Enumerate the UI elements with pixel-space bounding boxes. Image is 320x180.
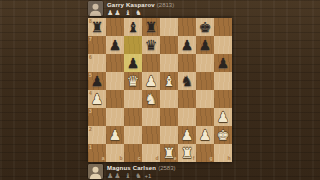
square-c5[interactable]: ♛ (124, 72, 142, 90)
piece-black-pawn[interactable]: ♟ (214, 54, 232, 72)
bottom-player-info: Magnus Carlsen (2583) ♟♟ ♝ ♞ +1 (107, 163, 176, 180)
square-a6[interactable]: 6 (88, 54, 106, 72)
rank-label-7: 7 (89, 37, 92, 42)
app-background: Garry Kasparov (2813) ♟♟ ♝ ♞ 8♜♝♜♚7♟♛♟♟6… (0, 0, 320, 180)
square-g6[interactable] (196, 54, 214, 72)
square-h5[interactable] (214, 72, 232, 90)
piece-white-pawn[interactable]: ♟ (196, 126, 214, 144)
square-e1[interactable]: e♜ (160, 144, 178, 162)
square-a2[interactable]: 2 (88, 126, 106, 144)
square-a5[interactable]: 5♟ (88, 72, 106, 90)
square-f5[interactable]: ♞ (178, 72, 196, 90)
square-a7[interactable]: 7 (88, 36, 106, 54)
square-c7[interactable] (124, 36, 142, 54)
person-icon (88, 164, 103, 179)
bottom-player-bar: Magnus Carlsen (2583) ♟♟ ♝ ♞ +1 (88, 163, 288, 180)
square-d1[interactable]: d (142, 144, 160, 162)
rank-label-3: 3 (89, 109, 92, 114)
square-g7[interactable]: ♟ (196, 36, 214, 54)
square-b5[interactable] (106, 72, 124, 90)
square-h8[interactable] (214, 18, 232, 36)
piece-white-bishop[interactable]: ♝ (160, 72, 178, 90)
square-e8[interactable] (160, 18, 178, 36)
file-label-g: g (209, 156, 212, 161)
square-e5[interactable]: ♝ (160, 72, 178, 90)
square-h7[interactable] (214, 36, 232, 54)
square-c3[interactable] (124, 108, 142, 126)
bottom-player-avatar[interactable] (88, 164, 103, 179)
board: 8♜♝♜♚7♟♛♟♟6♟♟5♟♛♟♝♞4♟♞3♟2♟♟♟♚1abcde♜f♜gh (88, 18, 232, 162)
square-g5[interactable] (196, 72, 214, 90)
rank-label-2: 2 (89, 127, 92, 132)
square-c2[interactable] (124, 126, 142, 144)
piece-white-queen[interactable]: ♛ (124, 72, 142, 90)
square-f2[interactable]: ♟ (178, 126, 196, 144)
piece-black-pawn[interactable]: ♟ (178, 36, 196, 54)
square-e3[interactable] (160, 108, 178, 126)
piece-white-pawn[interactable]: ♟ (178, 126, 196, 144)
piece-black-king[interactable]: ♚ (196, 18, 214, 36)
top-player-bar: Garry Kasparov (2813) ♟♟ ♝ ♞ (88, 0, 288, 17)
square-b8[interactable] (106, 18, 124, 36)
square-d2[interactable] (142, 126, 160, 144)
piece-black-pawn[interactable]: ♟ (106, 36, 124, 54)
file-label-h: h (227, 156, 230, 161)
square-b1[interactable]: b (106, 144, 124, 162)
piece-white-pawn[interactable]: ♟ (142, 72, 160, 90)
square-f7[interactable]: ♟ (178, 36, 196, 54)
square-g2[interactable]: ♟ (196, 126, 214, 144)
square-g3[interactable] (196, 108, 214, 126)
piece-black-queen[interactable]: ♛ (142, 36, 160, 54)
square-h3[interactable]: ♟ (214, 108, 232, 126)
rank-label-1: 1 (89, 145, 92, 150)
piece-white-pawn[interactable]: ♟ (106, 126, 124, 144)
square-d8[interactable]: ♜ (142, 18, 160, 36)
piece-white-pawn[interactable]: ♟ (214, 108, 232, 126)
square-b7[interactable]: ♟ (106, 36, 124, 54)
square-b4[interactable] (106, 90, 124, 108)
file-label-b: b (119, 156, 122, 161)
piece-white-rook[interactable]: ♜ (160, 144, 178, 162)
square-c8[interactable]: ♝ (124, 18, 142, 36)
square-d5[interactable]: ♟ (142, 72, 160, 90)
square-b2[interactable]: ♟ (106, 126, 124, 144)
bottom-player-name: Magnus Carlsen (107, 165, 156, 171)
square-c4[interactable] (124, 90, 142, 108)
file-label-a: a (102, 156, 105, 161)
square-f4[interactable] (178, 90, 196, 108)
piece-white-pawn[interactable]: ♟ (88, 90, 106, 108)
top-player-info: Garry Kasparov (2813) ♟♟ ♝ ♞ (107, 0, 174, 17)
square-h4[interactable] (214, 90, 232, 108)
square-a4[interactable]: 4♟ (88, 90, 106, 108)
piece-black-knight[interactable]: ♞ (178, 72, 196, 90)
square-e7[interactable] (160, 36, 178, 54)
square-c6[interactable]: ♟ (124, 54, 142, 72)
square-d6[interactable] (142, 54, 160, 72)
file-label-c: c (138, 156, 141, 161)
piece-white-knight[interactable]: ♞ (142, 90, 160, 108)
square-a8[interactable]: 8♜ (88, 18, 106, 36)
top-player-avatar[interactable] (88, 1, 103, 16)
piece-black-rook[interactable]: ♜ (88, 18, 106, 36)
square-f3[interactable] (178, 108, 196, 126)
square-d3[interactable] (142, 108, 160, 126)
piece-black-pawn[interactable]: ♟ (124, 54, 142, 72)
square-d4[interactable]: ♞ (142, 90, 160, 108)
square-g1[interactable]: g (196, 144, 214, 162)
square-h6[interactable]: ♟ (214, 54, 232, 72)
rank-label-6: 6 (89, 55, 92, 60)
bottom-player-rating: (2583) (158, 165, 175, 171)
square-a1[interactable]: 1a (88, 144, 106, 162)
square-b3[interactable] (106, 108, 124, 126)
square-f6[interactable] (178, 54, 196, 72)
top-captured-pieces: ♟♟ ♝ ♞ (107, 10, 143, 17)
square-h1[interactable]: h (214, 144, 232, 162)
square-g4[interactable] (196, 90, 214, 108)
top-player-rating: (2813) (157, 2, 174, 8)
square-a3[interactable]: 3 (88, 108, 106, 126)
square-f8[interactable] (178, 18, 196, 36)
square-e4[interactable] (160, 90, 178, 108)
piece-black-bishop[interactable]: ♝ (124, 18, 142, 36)
piece-white-rook[interactable]: ♜ (178, 144, 196, 162)
piece-black-pawn[interactable]: ♟ (196, 36, 214, 54)
piece-black-pawn[interactable]: ♟ (88, 72, 106, 90)
square-e6[interactable] (160, 54, 178, 72)
square-d7[interactable]: ♛ (142, 36, 160, 54)
square-h2[interactable]: ♚ (214, 126, 232, 144)
top-player-name: Garry Kasparov (107, 2, 155, 8)
bottom-captured-pieces: ♟♟ ♝ ♞ (107, 173, 143, 180)
square-b6[interactable] (106, 54, 124, 72)
person-icon (88, 1, 103, 16)
square-c1[interactable]: c (124, 144, 142, 162)
file-label-d: d (155, 156, 158, 161)
square-g8[interactable]: ♚ (196, 18, 214, 36)
piece-white-king[interactable]: ♚ (214, 126, 232, 144)
material-advantage: +1 (145, 173, 152, 179)
square-e2[interactable] (160, 126, 178, 144)
piece-black-rook[interactable]: ♜ (142, 18, 160, 36)
square-f1[interactable]: f♜ (178, 144, 196, 162)
